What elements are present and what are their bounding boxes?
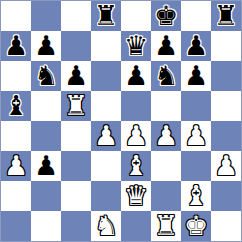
square-b4[interactable]: [31, 121, 61, 151]
black-rook: ♜: [214, 1, 238, 31]
square-b1[interactable]: [31, 211, 61, 241]
black-pawn: ♟: [34, 31, 58, 61]
square-f6[interactable]: ♞: [151, 61, 181, 91]
square-d5[interactable]: [91, 91, 121, 121]
square-c2[interactable]: [61, 181, 91, 211]
square-d2[interactable]: [91, 181, 121, 211]
square-g7[interactable]: ♟: [181, 31, 211, 61]
black-king: ♚: [154, 1, 178, 31]
square-e2[interactable]: ♛: [121, 181, 151, 211]
black-pawn: ♟: [154, 31, 178, 61]
black-pawn: ♟: [4, 31, 28, 61]
white-bishop: ♝: [184, 181, 208, 211]
square-a5[interactable]: ♝: [1, 91, 31, 121]
black-pawn: ♟: [124, 61, 148, 91]
white-knight: ♞: [94, 211, 118, 241]
square-c4[interactable]: [61, 121, 91, 151]
square-h4[interactable]: [211, 121, 241, 151]
square-h3[interactable]: ♟: [211, 151, 241, 181]
white-king: ♚: [184, 211, 208, 241]
square-b8[interactable]: [31, 1, 61, 31]
square-b2[interactable]: [31, 181, 61, 211]
square-h7[interactable]: [211, 31, 241, 61]
square-d6[interactable]: [91, 61, 121, 91]
square-a7[interactable]: ♟: [1, 31, 31, 61]
square-c6[interactable]: ♟: [61, 61, 91, 91]
square-g1[interactable]: ♚: [181, 211, 211, 241]
black-rook: ♜: [94, 1, 118, 31]
square-f7[interactable]: ♟: [151, 31, 181, 61]
white-queen: ♛: [124, 181, 148, 211]
black-queen: ♛: [124, 31, 148, 61]
square-a6[interactable]: [1, 61, 31, 91]
square-h1[interactable]: [211, 211, 241, 241]
square-c7[interactable]: [61, 31, 91, 61]
square-g6[interactable]: ♟: [181, 61, 211, 91]
square-h6[interactable]: [211, 61, 241, 91]
square-f1[interactable]: ♜: [151, 211, 181, 241]
square-d4[interactable]: ♟: [91, 121, 121, 151]
square-e3[interactable]: ♝: [121, 151, 151, 181]
square-d8[interactable]: ♜: [91, 1, 121, 31]
square-d7[interactable]: [91, 31, 121, 61]
square-a8[interactable]: [1, 1, 31, 31]
square-e4[interactable]: ♟: [121, 121, 151, 151]
chess-board: ♜♚♜♟♟♛♟♟♞♟♟♞♟♝♜♟♟♟♟♟♟♝♟♛♝♞♜♚: [0, 0, 242, 242]
square-a2[interactable]: [1, 181, 31, 211]
white-pawn: ♟: [124, 121, 148, 151]
square-g2[interactable]: ♝: [181, 181, 211, 211]
black-pawn: ♟: [64, 61, 88, 91]
square-b6[interactable]: ♞: [31, 61, 61, 91]
square-f8[interactable]: ♚: [151, 1, 181, 31]
square-b7[interactable]: ♟: [31, 31, 61, 61]
square-b5[interactable]: [31, 91, 61, 121]
square-d1[interactable]: ♞: [91, 211, 121, 241]
square-c1[interactable]: [61, 211, 91, 241]
square-g4[interactable]: ♟: [181, 121, 211, 151]
square-e8[interactable]: [121, 1, 151, 31]
square-f5[interactable]: [151, 91, 181, 121]
square-b3[interactable]: ♟: [31, 151, 61, 181]
white-pawn: ♟: [184, 121, 208, 151]
black-bishop: ♝: [4, 91, 28, 121]
white-pawn: ♟: [154, 121, 178, 151]
square-f2[interactable]: [151, 181, 181, 211]
square-g5[interactable]: [181, 91, 211, 121]
white-pawn: ♟: [214, 151, 238, 181]
square-a3[interactable]: ♟: [1, 151, 31, 181]
white-rook: ♜: [64, 91, 88, 121]
square-h8[interactable]: ♜: [211, 1, 241, 31]
square-e1[interactable]: [121, 211, 151, 241]
white-rook: ♜: [154, 211, 178, 241]
square-h2[interactable]: [211, 181, 241, 211]
square-e6[interactable]: ♟: [121, 61, 151, 91]
black-knight: ♞: [34, 61, 58, 91]
square-e7[interactable]: ♛: [121, 31, 151, 61]
square-f3[interactable]: [151, 151, 181, 181]
square-a1[interactable]: [1, 211, 31, 241]
square-f4[interactable]: ♟: [151, 121, 181, 151]
square-c3[interactable]: [61, 151, 91, 181]
square-e5[interactable]: [121, 91, 151, 121]
square-c8[interactable]: [61, 1, 91, 31]
square-g8[interactable]: [181, 1, 211, 31]
square-a4[interactable]: [1, 121, 31, 151]
black-pawn: ♟: [184, 31, 208, 61]
black-knight: ♞: [154, 61, 178, 91]
white-pawn: ♟: [4, 151, 28, 181]
black-pawn: ♟: [34, 151, 58, 181]
square-g3[interactable]: [181, 151, 211, 181]
square-h5[interactable]: [211, 91, 241, 121]
black-pawn: ♟: [184, 61, 208, 91]
white-bishop: ♝: [124, 151, 148, 181]
square-d3[interactable]: [91, 151, 121, 181]
white-pawn: ♟: [94, 121, 118, 151]
square-c5[interactable]: ♜: [61, 91, 91, 121]
